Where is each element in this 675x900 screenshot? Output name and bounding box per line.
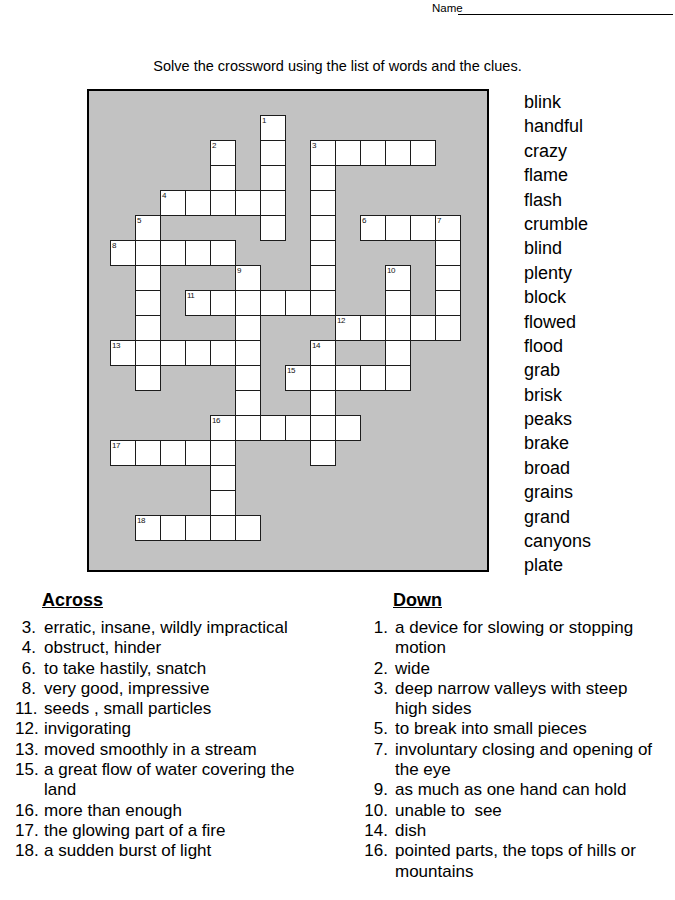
grid-cell-r1c8[interactable]: 3	[310, 140, 336, 166]
grid-cell-r9c5[interactable]	[235, 340, 261, 366]
grid-cell-r8c10[interactable]	[360, 315, 386, 341]
grid-cell-r16c1[interactable]: 18	[135, 515, 161, 541]
grid-cell-r11c8[interactable]	[310, 390, 336, 416]
grid-cell-r13c0[interactable]: 17	[110, 440, 136, 466]
cell-number-2: 2	[212, 141, 216, 150]
clue-number: 4.	[15, 638, 36, 658]
grid-cell-r7c8[interactable]	[310, 290, 336, 316]
grid-cell-r11c5[interactable]	[235, 390, 261, 416]
grid-cell-r7c5[interactable]	[235, 290, 261, 316]
grid-cell-r7c7[interactable]	[285, 290, 311, 316]
clue-text: unable to see	[395, 801, 502, 820]
grid-cell-r3c5[interactable]	[235, 190, 261, 216]
clue-text: moved smoothly in a stream	[44, 740, 257, 759]
grid-cell-r10c1[interactable]	[135, 365, 161, 391]
clue-text: dish	[395, 821, 426, 840]
grid-cell-r15c4[interactable]	[210, 490, 236, 516]
grid-cell-r12c8[interactable]	[310, 415, 336, 441]
clue-down-16: 16.pointed parts, the tops of hills or m…	[360, 841, 659, 882]
clue-text: seeds , small particles	[44, 699, 211, 718]
word-bank-list: blinkhandfulcrazyflameflashcrumbleblindp…	[524, 90, 591, 578]
grid-cell-r12c5[interactable]	[235, 415, 261, 441]
grid-cell-r7c4[interactable]	[210, 290, 236, 316]
grid-cell-r4c1[interactable]: 5	[135, 215, 161, 241]
clue-text: more than enough	[44, 801, 182, 820]
clue-number: 10.	[360, 801, 388, 821]
clue-number: 3.	[360, 679, 388, 699]
name-label: Name	[432, 2, 463, 14]
clue-across-12: 12.invigorating	[15, 719, 315, 739]
clue-across-11: 11.seeds , small particles	[15, 699, 315, 719]
word-bank-item-grains: grains	[524, 480, 591, 504]
grid-cell-r8c11[interactable]	[385, 315, 411, 341]
grid-cell-r8c12[interactable]	[410, 315, 436, 341]
grid-cell-r5c1[interactable]	[135, 240, 161, 266]
grid-cell-r10c7[interactable]: 15	[285, 365, 311, 391]
clue-number: 7.	[360, 740, 388, 760]
grid-cell-r0c6[interactable]: 1	[260, 115, 286, 141]
clue-text: to break into small pieces	[395, 719, 587, 738]
grid-cell-r16c4[interactable]	[210, 515, 236, 541]
grid-cell-r10c9[interactable]	[335, 365, 361, 391]
grid-cell-r7c1[interactable]	[135, 290, 161, 316]
grid-cell-r1c6[interactable]	[260, 140, 286, 166]
grid-cell-r5c0[interactable]: 8	[110, 240, 136, 266]
grid-cell-r8c13[interactable]	[435, 315, 461, 341]
word-bank-item-flash: flash	[524, 188, 591, 212]
grid-cell-r7c13[interactable]	[435, 290, 461, 316]
word-bank-item-brake: brake	[524, 431, 591, 455]
cell-number-17: 17	[112, 441, 120, 450]
clue-text: pointed parts, the tops of hills or moun…	[395, 841, 641, 880]
crossword-worksheet-page: { "game": "crossword", "page": { "name_l…	[0, 0, 675, 900]
clue-number: 6.	[15, 659, 36, 679]
grid-cell-r4c12[interactable]	[410, 215, 436, 241]
grid-cell-r1c10[interactable]	[360, 140, 386, 166]
grid-cell-r2c4[interactable]	[210, 165, 236, 191]
grid-cell-r9c2[interactable]	[160, 340, 186, 366]
grid-cell-r9c0[interactable]: 13	[110, 340, 136, 366]
grid-cell-r7c3[interactable]: 11	[185, 290, 211, 316]
grid-cell-r9c4[interactable]	[210, 340, 236, 366]
grid-cell-r16c3[interactable]	[185, 515, 211, 541]
crossword-grid: 123456789101112131415161718	[110, 115, 460, 540]
clue-down-5: 5.to break into small pieces	[360, 719, 659, 739]
grid-cell-r4c11[interactable]	[385, 215, 411, 241]
word-bank-item-grab: grab	[524, 358, 591, 382]
grid-cell-r8c5[interactable]	[235, 315, 261, 341]
grid-cell-r10c10[interactable]	[360, 365, 386, 391]
clue-down-9: 9.as much as one hand can hold	[360, 780, 659, 800]
word-bank-item-blink: blink	[524, 90, 591, 114]
word-bank-item-peaks: peaks	[524, 407, 591, 431]
grid-cell-r3c8[interactable]	[310, 190, 336, 216]
grid-cell-r5c13[interactable]	[435, 240, 461, 266]
word-bank-item-grand: grand	[524, 505, 591, 529]
clue-down-1: 1.a device for slowing or stopping motio…	[360, 618, 659, 659]
clue-down-3: 3.deep narrow valleys with steep high si…	[360, 679, 659, 720]
clue-across-16: 16.more than enough	[15, 801, 315, 821]
grid-cell-r3c4[interactable]	[210, 190, 236, 216]
grid-cell-r6c1[interactable]	[135, 265, 161, 291]
word-bank-item-brisk: brisk	[524, 383, 591, 407]
grid-cell-r7c11[interactable]	[385, 290, 411, 316]
clue-text: erratic, insane, wildly impractical	[44, 618, 288, 637]
across-clue-list: 3.erratic, insane, wildly impractical4.o…	[15, 618, 315, 862]
down-heading: Down	[393, 590, 442, 611]
clue-across-6: 6.to take hastily, snatch	[15, 659, 315, 679]
word-bank-item-crazy: crazy	[524, 139, 591, 163]
clue-number: 16.	[15, 801, 36, 821]
cell-number-7: 7	[437, 216, 441, 225]
grid-cell-r3c2[interactable]: 4	[160, 190, 186, 216]
grid-cell-r9c1[interactable]	[135, 340, 161, 366]
grid-cell-r16c5[interactable]	[235, 515, 261, 541]
word-bank-item-plenty: plenty	[524, 261, 591, 285]
grid-cell-r9c8[interactable]: 14	[310, 340, 336, 366]
grid-cell-r12c7[interactable]	[285, 415, 311, 441]
clue-number: 17.	[15, 821, 36, 841]
clue-number: 11.	[15, 699, 36, 719]
grid-cell-r13c4[interactable]	[210, 440, 236, 466]
clue-down-7: 7.involuntary closing and opening of the…	[360, 740, 659, 781]
grid-cell-r5c4[interactable]	[210, 240, 236, 266]
clue-number: 13.	[15, 740, 36, 760]
grid-cell-r4c13[interactable]: 7	[435, 215, 461, 241]
cell-number-3: 3	[312, 141, 316, 150]
grid-cell-r10c11[interactable]	[385, 365, 411, 391]
clue-number: 9.	[360, 780, 388, 800]
cell-number-4: 4	[162, 191, 166, 200]
cell-number-5: 5	[137, 216, 141, 225]
grid-cell-r13c8[interactable]	[310, 440, 336, 466]
grid-cell-r6c13[interactable]	[435, 265, 461, 291]
grid-cell-r8c1[interactable]	[135, 315, 161, 341]
grid-cell-r1c9[interactable]	[335, 140, 361, 166]
cell-number-13: 13	[112, 341, 120, 350]
word-bank-item-plate: plate	[524, 553, 591, 577]
word-bank-item-crumble: crumble	[524, 212, 591, 236]
word-bank-item-broad: broad	[524, 456, 591, 480]
clue-number: 1.	[360, 618, 388, 638]
clue-across-13: 13.moved smoothly in a stream	[15, 740, 315, 760]
word-bank-item-block: block	[524, 285, 591, 309]
clue-across-8: 8.very good, impressive	[15, 679, 315, 699]
grid-cell-r8c9[interactable]: 12	[335, 315, 361, 341]
grid-cell-r12c9[interactable]	[335, 415, 361, 441]
word-bank-item-flood: flood	[524, 334, 591, 358]
clue-number: 14.	[360, 821, 388, 841]
down-clue-list: 1.a device for slowing or stopping motio…	[360, 618, 659, 882]
cell-number-6: 6	[362, 216, 366, 225]
clue-number: 15.	[15, 760, 36, 780]
grid-cell-r14c4[interactable]	[210, 465, 236, 491]
clue-across-4: 4.obstruct, hinder	[15, 638, 315, 658]
clue-text: a device for slowing or stopping motion	[395, 618, 638, 657]
grid-cell-r3c6[interactable]	[260, 190, 286, 216]
cell-number-9: 9	[237, 266, 241, 275]
clue-number: 12.	[15, 719, 36, 739]
clue-text: involuntary closing and opening of the e…	[395, 740, 657, 779]
grid-cell-r7c6[interactable]	[260, 290, 286, 316]
word-bank-item-flowed: flowed	[524, 310, 591, 334]
grid-cell-r9c11[interactable]	[385, 340, 411, 366]
clue-text: deep narrow valleys with steep high side…	[395, 679, 632, 718]
grid-cell-r5c8[interactable]	[310, 240, 336, 266]
clue-across-17: 17.the glowing part of a fire	[15, 821, 315, 841]
clue-text: very good, impressive	[44, 679, 209, 698]
word-bank-item-blind: blind	[524, 236, 591, 260]
grid-cell-r1c4[interactable]: 2	[210, 140, 236, 166]
clue-text: as much as one hand can hold	[395, 780, 627, 799]
cell-number-10: 10	[387, 266, 395, 275]
grid-cell-r6c5[interactable]: 9	[235, 265, 261, 291]
cell-number-16: 16	[212, 416, 220, 425]
name-blank-line[interactable]	[458, 14, 673, 15]
cell-number-14: 14	[312, 341, 320, 350]
grid-cell-r16c2[interactable]	[160, 515, 186, 541]
clue-across-3: 3.erratic, insane, wildly impractical	[15, 618, 315, 638]
grid-cell-r13c2[interactable]	[160, 440, 186, 466]
grid-cell-r5c2[interactable]	[160, 240, 186, 266]
grid-cell-r10c5[interactable]	[235, 365, 261, 391]
cell-number-18: 18	[137, 516, 145, 525]
grid-cell-r4c6[interactable]	[260, 215, 286, 241]
clue-text: wide	[395, 659, 430, 678]
grid-cell-r3c3[interactable]	[185, 190, 211, 216]
clue-down-2: 2.wide	[360, 659, 659, 679]
clue-down-14: 14.dish	[360, 821, 659, 841]
cell-number-11: 11	[187, 291, 194, 300]
grid-cell-r13c3[interactable]	[185, 440, 211, 466]
clue-text: to take hastily, snatch	[44, 659, 206, 678]
clue-text: obstruct, hinder	[44, 638, 161, 657]
word-bank-item-canyons: canyons	[524, 529, 591, 553]
clue-number: 8.	[15, 679, 36, 699]
grid-cell-r1c12[interactable]	[410, 140, 436, 166]
cell-number-1: 1	[262, 116, 266, 125]
clue-number: 18.	[15, 841, 36, 861]
grid-cell-r2c6[interactable]	[260, 165, 286, 191]
grid-cell-r4c10[interactable]: 6	[360, 215, 386, 241]
clue-text: invigorating	[44, 719, 131, 738]
clue-number: 16.	[360, 841, 388, 861]
grid-cell-r1c11[interactable]	[385, 140, 411, 166]
grid-cell-r10c8[interactable]	[310, 365, 336, 391]
grid-cell-r12c6[interactable]	[260, 415, 286, 441]
grid-cell-r12c4[interactable]: 16	[210, 415, 236, 441]
worksheet-instructions: Solve the crossword using the list of wo…	[0, 58, 675, 74]
clue-across-18: 18.a sudden burst of light	[15, 841, 315, 861]
word-bank-item-handful: handful	[524, 114, 591, 138]
grid-cell-r6c11[interactable]: 10	[385, 265, 411, 291]
clue-number: 5.	[360, 719, 388, 739]
grid-cell-r5c3[interactable]	[185, 240, 211, 266]
cell-number-15: 15	[287, 366, 295, 375]
grid-cell-r6c8[interactable]	[310, 265, 336, 291]
clue-text: a sudden burst of light	[44, 841, 211, 860]
clue-text: the glowing part of a fire	[44, 821, 225, 840]
grid-cell-r2c8[interactable]	[310, 165, 336, 191]
cell-number-12: 12	[337, 316, 345, 325]
grid-cell-r4c8[interactable]	[310, 215, 336, 241]
clue-number: 3.	[15, 618, 36, 638]
across-heading: Across	[42, 590, 103, 611]
clue-text: a great flow of water covering the land	[44, 760, 299, 799]
clue-across-15: 15.a great flow of water covering the la…	[15, 760, 315, 801]
clue-number: 2.	[360, 659, 388, 679]
grid-cell-r13c1[interactable]	[135, 440, 161, 466]
clue-down-10: 10.unable to see	[360, 801, 659, 821]
grid-cell-r9c3[interactable]	[185, 340, 211, 366]
word-bank-item-flame: flame	[524, 163, 591, 187]
cell-number-8: 8	[112, 241, 116, 250]
